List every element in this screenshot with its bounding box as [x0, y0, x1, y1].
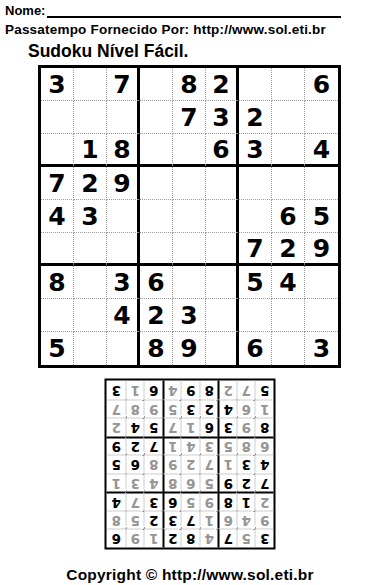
puzzle-cell-r2c9	[305, 101, 338, 134]
solution-cell-r5c7: 8	[144, 455, 163, 474]
sudoku-solution-grid: 3574821969461732582189563747295684314317…	[105, 379, 276, 550]
solution-cell-r8c6: 5	[162, 400, 181, 419]
solution-cell-r2c1: 9	[255, 511, 274, 530]
puzzle-cell-r8c6	[206, 299, 239, 332]
puzzle-cell-r9c2	[74, 332, 107, 365]
puzzle-cell-r7c1: 8	[41, 266, 74, 299]
solution-cell-r9c6: 4	[162, 381, 181, 400]
puzzle-cell-r2c7: 2	[239, 101, 272, 134]
solution-grid-wrapper: 3574821969461732582189563747295684314317…	[105, 379, 276, 550]
solution-cell-r5c1: 4	[255, 455, 274, 474]
solution-cell-r3c2: 1	[236, 492, 255, 511]
solution-cell-r6c4: 3	[199, 437, 218, 456]
solution-cell-r9c9: 3	[107, 381, 126, 400]
puzzle-cell-r9c4: 8	[140, 332, 173, 365]
solution-cell-r3c1: 2	[255, 492, 274, 511]
solution-cell-r4c8: 3	[125, 474, 144, 493]
puzzle-cell-r4c1: 7	[41, 167, 74, 200]
puzzle-cell-r9c8	[272, 332, 305, 365]
puzzle-cell-r2c4	[140, 101, 173, 134]
copyright-text: Copyright © http://www.sol.eti.br	[5, 566, 375, 584]
puzzle-cell-r7c8: 4	[272, 266, 305, 299]
puzzle-cell-r5c6	[206, 200, 239, 233]
solution-cell-r8c7: 9	[144, 400, 163, 419]
puzzle-cell-r9c9: 3	[305, 332, 338, 365]
puzzle-cell-r6c5	[173, 233, 206, 266]
solution-cell-r4c2: 2	[236, 474, 255, 493]
puzzle-cell-r6c4	[140, 233, 173, 266]
solution-cell-r7c1: 8	[255, 418, 274, 437]
puzzle-cell-r4c9	[305, 167, 338, 200]
solution-cell-r5c4: 7	[199, 455, 218, 474]
puzzle-cell-r9c1: 5	[41, 332, 74, 365]
solution-cell-r6c8: 2	[125, 437, 144, 456]
puzzle-cell-r7c5	[173, 266, 206, 299]
puzzle-cell-r6c1	[41, 233, 74, 266]
puzzle-cell-r1c1: 3	[41, 68, 74, 101]
solution-cell-r8c8: 8	[125, 400, 144, 419]
solution-cell-r9c1: 5	[255, 381, 274, 400]
solution-cell-r4c9: 1	[107, 474, 126, 493]
puzzle-cell-r5c2: 3	[74, 200, 107, 233]
solution-cell-r5c5: 2	[181, 455, 200, 474]
puzzle-cell-r5c7	[239, 200, 272, 233]
puzzle-cell-r3c2: 1	[74, 134, 107, 167]
puzzle-cell-r5c9: 5	[305, 200, 338, 233]
solution-cell-r2c6: 3	[162, 511, 181, 530]
solution-cell-r5c6: 9	[162, 455, 181, 474]
solution-cell-r7c3: 3	[218, 418, 237, 437]
puzzle-cell-r3c8	[272, 134, 305, 167]
puzzle-cell-r3c9: 4	[305, 134, 338, 167]
puzzle-cell-r9c6	[206, 332, 239, 365]
solution-cell-r2c9: 8	[107, 511, 126, 530]
solution-cell-r4c3: 9	[218, 474, 237, 493]
puzzle-cell-r2c6: 3	[206, 101, 239, 134]
solution-cell-r6c5: 4	[181, 437, 200, 456]
puzzle-cell-r6c3	[107, 233, 140, 266]
solution-cell-r1c7: 1	[144, 529, 163, 548]
solution-cell-r4c7: 4	[144, 474, 163, 493]
puzzle-cell-r1c9: 6	[305, 68, 338, 101]
solution-cell-r6c7: 7	[144, 437, 163, 456]
solution-cell-r9c7: 6	[144, 381, 163, 400]
puzzle-cell-r5c3	[107, 200, 140, 233]
solution-cell-r9c4: 8	[199, 381, 218, 400]
solution-cell-r7c2: 9	[236, 418, 255, 437]
solution-cell-r4c1: 7	[255, 474, 274, 493]
puzzle-cell-r2c1	[41, 101, 74, 134]
puzzle-cell-r8c9	[305, 299, 338, 332]
solution-cell-r8c4: 2	[199, 400, 218, 419]
solution-cell-r1c8: 9	[125, 529, 144, 548]
puzzle-cell-r8c3: 4	[107, 299, 140, 332]
puzzle-cell-r7c4: 6	[140, 266, 173, 299]
solution-cell-r7c4: 6	[199, 418, 218, 437]
puzzle-cell-r1c2	[74, 68, 107, 101]
puzzle-cell-r4c2: 2	[74, 167, 107, 200]
solution-cell-r8c3: 4	[218, 400, 237, 419]
puzzle-cell-r3c7: 3	[239, 134, 272, 167]
puzzle-cell-r8c1	[41, 299, 74, 332]
solution-cell-r3c7: 3	[144, 492, 163, 511]
puzzle-cell-r8c2	[74, 299, 107, 332]
puzzle-cell-r1c5: 8	[173, 68, 206, 101]
puzzle-cell-r3c6: 6	[206, 134, 239, 167]
solution-cell-r8c1: 1	[255, 400, 274, 419]
puzzle-cell-r4c4	[140, 167, 173, 200]
solution-cell-r2c4: 1	[199, 511, 218, 530]
solution-cell-r6c6: 1	[162, 437, 181, 456]
solution-cell-r7c7: 5	[144, 418, 163, 437]
puzzle-cell-r2c3	[107, 101, 140, 134]
puzzle-cell-r2c5: 7	[173, 101, 206, 134]
solution-cell-r2c2: 4	[236, 511, 255, 530]
puzzle-cell-r4c8	[272, 167, 305, 200]
worksheet-page: Nome: Passatempo Fornecido Por: http://w…	[0, 0, 380, 584]
name-fill-line	[47, 4, 341, 18]
solution-cell-r6c3: 5	[218, 437, 237, 456]
solution-cell-r1c6: 2	[162, 529, 181, 548]
puzzle-cell-r3c1	[41, 134, 74, 167]
puzzle-cell-r6c9: 9	[305, 233, 338, 266]
solution-cell-r3c4: 9	[199, 492, 218, 511]
puzzle-cell-r9c3	[107, 332, 140, 365]
solution-cell-r5c8: 6	[125, 455, 144, 474]
puzzle-cell-r7c3: 3	[107, 266, 140, 299]
puzzle-cell-r1c8	[272, 68, 305, 101]
puzzle-cell-r7c9	[305, 266, 338, 299]
puzzle-cell-r6c2	[74, 233, 107, 266]
solution-cell-r2c5: 7	[181, 511, 200, 530]
puzzle-cell-r4c3: 9	[107, 167, 140, 200]
page-title: Sudoku Nível Fácil.	[28, 41, 375, 62]
name-label: Nome:	[5, 3, 45, 18]
puzzle-cell-r4c7	[239, 167, 272, 200]
provider-line: Passatempo Fornecido Por: http://www.sol…	[5, 22, 375, 37]
solution-cell-r9c5: 9	[181, 381, 200, 400]
solution-cell-r1c3: 7	[218, 529, 237, 548]
puzzle-cell-r1c3: 7	[107, 68, 140, 101]
puzzle-cell-r1c4	[140, 68, 173, 101]
solution-cell-r5c9: 5	[107, 455, 126, 474]
solution-cell-r8c5: 3	[181, 400, 200, 419]
solution-cell-r3c8: 7	[125, 492, 144, 511]
solution-cell-r6c1: 6	[255, 437, 274, 456]
solution-cell-r2c3: 6	[218, 511, 237, 530]
puzzle-cell-r4c5	[173, 167, 206, 200]
solution-cell-r9c8: 1	[125, 381, 144, 400]
puzzle-cell-r7c7: 5	[239, 266, 272, 299]
solution-cell-r7c8: 4	[125, 418, 144, 437]
puzzle-cell-r3c4	[140, 134, 173, 167]
solution-cell-r4c4: 5	[199, 474, 218, 493]
solution-cell-r2c8: 5	[125, 511, 144, 530]
solution-cell-r6c2: 8	[236, 437, 255, 456]
solution-cell-r8c9: 7	[107, 400, 126, 419]
solution-cell-r7c6: 7	[162, 418, 181, 437]
solution-cell-r5c2: 3	[236, 455, 255, 474]
solution-cell-r1c1: 3	[255, 529, 274, 548]
solution-cell-r4c5: 6	[181, 474, 200, 493]
puzzle-cell-r9c5: 9	[173, 332, 206, 365]
solution-cell-r3c9: 4	[107, 492, 126, 511]
puzzle-cell-r8c8	[272, 299, 305, 332]
puzzle-cell-r6c7: 7	[239, 233, 272, 266]
solution-cell-r3c6: 6	[162, 492, 181, 511]
puzzle-cell-r8c5: 3	[173, 299, 206, 332]
puzzle-cell-r2c2	[74, 101, 107, 134]
puzzle-cell-r1c7	[239, 68, 272, 101]
solution-cell-r9c3: 2	[218, 381, 237, 400]
solution-cell-r4c6: 8	[162, 474, 181, 493]
puzzle-cell-r7c2	[74, 266, 107, 299]
puzzle-cell-r9c7: 6	[239, 332, 272, 365]
solution-cell-r2c7: 2	[144, 511, 163, 530]
puzzle-cell-r5c8: 6	[272, 200, 305, 233]
solution-cell-r1c9: 6	[107, 529, 126, 548]
solution-cell-r3c5: 5	[181, 492, 200, 511]
solution-cell-r5c3: 1	[218, 455, 237, 474]
name-row: Nome:	[5, 3, 375, 18]
puzzle-cell-r8c7	[239, 299, 272, 332]
solution-cell-r7c5: 1	[181, 418, 200, 437]
puzzle-cell-r3c3: 8	[107, 134, 140, 167]
puzzle-cell-r8c4: 2	[140, 299, 173, 332]
puzzle-cell-r5c5	[173, 200, 206, 233]
puzzle-cell-r1c6: 2	[206, 68, 239, 101]
puzzle-cell-r5c1: 4	[41, 200, 74, 233]
solution-cell-r6c9: 9	[107, 437, 126, 456]
solution-cell-r1c2: 5	[236, 529, 255, 548]
solution-cell-r1c4: 4	[199, 529, 218, 548]
puzzle-cell-r3c5	[173, 134, 206, 167]
solution-cell-r3c3: 8	[218, 492, 237, 511]
puzzle-cell-r7c6	[206, 266, 239, 299]
puzzle-cell-r4c6	[206, 167, 239, 200]
puzzle-cell-r6c8: 2	[272, 233, 305, 266]
puzzle-cell-r5c4	[140, 200, 173, 233]
solution-cell-r8c2: 6	[236, 400, 255, 419]
solution-cell-r9c2: 7	[236, 381, 255, 400]
solution-cell-r1c5: 8	[181, 529, 200, 548]
puzzle-cell-r2c8	[272, 101, 305, 134]
sudoku-puzzle-grid: 378267321863472943657298365442358963	[38, 65, 341, 368]
puzzle-cell-r6c6	[206, 233, 239, 266]
solution-cell-r7c9: 2	[107, 418, 126, 437]
